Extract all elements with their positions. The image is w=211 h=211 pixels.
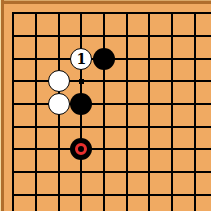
grid-line-horizontal bbox=[12, 103, 211, 105]
grid-line-vertical bbox=[194, 12, 196, 211]
grid-line-horizontal bbox=[12, 126, 211, 128]
stone-move-number: 1 bbox=[76, 52, 86, 66]
grid-line-vertical bbox=[12, 12, 14, 211]
hoshi-point bbox=[79, 79, 84, 84]
go-diagram: 1 bbox=[0, 0, 211, 211]
grid-line-horizontal bbox=[12, 80, 211, 82]
grid-line-vertical bbox=[126, 12, 128, 211]
black-stone bbox=[70, 138, 92, 160]
circle-mark bbox=[75, 143, 87, 155]
white-stone bbox=[48, 93, 70, 115]
go-board: 1 bbox=[0, 0, 211, 211]
grid-line-vertical bbox=[103, 12, 105, 211]
grid-line-vertical bbox=[35, 12, 37, 211]
grid-line-horizontal bbox=[12, 194, 211, 196]
white-stone bbox=[48, 70, 70, 92]
black-stone bbox=[70, 93, 92, 115]
grid-line-horizontal bbox=[12, 35, 211, 37]
grid-line-vertical bbox=[171, 12, 173, 211]
white-stone: 1 bbox=[70, 48, 92, 70]
grid-line-horizontal bbox=[12, 171, 211, 173]
black-stone bbox=[93, 48, 115, 70]
grid-line-horizontal bbox=[12, 148, 211, 150]
grid-line-horizontal bbox=[12, 12, 211, 14]
board-edge-top bbox=[0, 0, 211, 4]
grid-line-vertical bbox=[148, 12, 150, 211]
board-edge-left bbox=[0, 0, 4, 211]
